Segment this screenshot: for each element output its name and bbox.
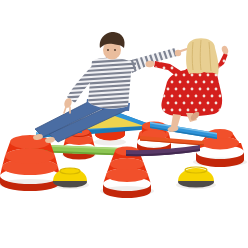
boy-head bbox=[100, 32, 125, 60]
girl-right-hand bbox=[221, 45, 230, 55]
stepping-stone-right bbox=[178, 167, 214, 188]
girl-hair bbox=[186, 38, 219, 75]
boy-right-hand bbox=[175, 49, 187, 56]
product-photo bbox=[0, 0, 248, 248]
girl bbox=[145, 38, 229, 132]
plank-orange bbox=[140, 136, 204, 146]
scene-canvas bbox=[0, 0, 248, 248]
girl-head bbox=[186, 38, 219, 75]
